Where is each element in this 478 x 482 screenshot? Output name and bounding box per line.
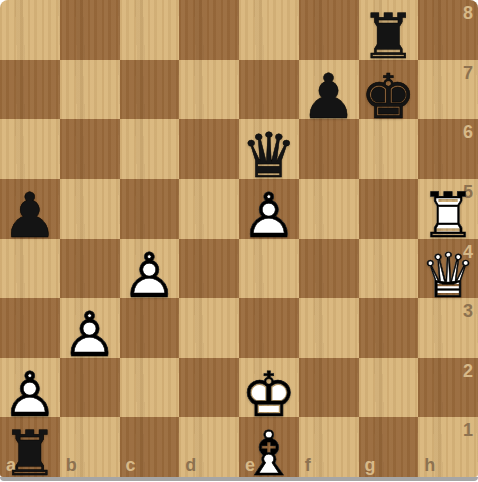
square-a4[interactable]: [0, 239, 60, 299]
file-label-f: f: [305, 456, 311, 474]
white-queen-h4[interactable]: ♛♕: [418, 239, 478, 299]
square-c1[interactable]: c: [120, 417, 180, 477]
square-e8[interactable]: [239, 0, 299, 60]
square-g1[interactable]: g: [359, 417, 419, 477]
white-king-e2[interactable]: ♚♔: [239, 358, 299, 418]
board-bottom-edge: [0, 477, 478, 481]
square-c3[interactable]: [120, 298, 180, 358]
rank-label-1: 1: [463, 421, 473, 439]
file-label-b: b: [66, 456, 77, 474]
square-g4[interactable]: [359, 239, 419, 299]
square-e5[interactable]: ♟♙: [239, 179, 299, 239]
square-b5[interactable]: [60, 179, 120, 239]
square-f5[interactable]: [299, 179, 359, 239]
square-f7[interactable]: ♟: [299, 60, 359, 120]
square-d6[interactable]: [179, 119, 239, 179]
white-pawn-b3[interactable]: ♟♙: [60, 298, 120, 358]
square-d2[interactable]: [179, 358, 239, 418]
square-f2[interactable]: [299, 358, 359, 418]
file-label-c: c: [126, 456, 136, 474]
square-b2[interactable]: [60, 358, 120, 418]
square-f4[interactable]: [299, 239, 359, 299]
square-h3[interactable]: 3: [418, 298, 478, 358]
white-pawn-a2[interactable]: ♟♙: [0, 358, 60, 418]
square-h6[interactable]: 6: [418, 119, 478, 179]
square-e2[interactable]: ♚♔: [239, 358, 299, 418]
square-h5[interactable]: 5♜♖: [418, 179, 478, 239]
square-g8[interactable]: ♜: [359, 0, 419, 60]
square-c7[interactable]: [120, 60, 180, 120]
black-queen-e6[interactable]: ♛: [239, 119, 299, 179]
file-label-d: d: [185, 456, 196, 474]
square-c5[interactable]: [120, 179, 180, 239]
square-h7[interactable]: 7: [418, 60, 478, 120]
square-c4[interactable]: ♟♙: [120, 239, 180, 299]
black-pawn-a5[interactable]: ♟: [0, 179, 60, 239]
rank-label-6: 6: [463, 123, 473, 141]
square-e7[interactable]: [239, 60, 299, 120]
square-c2[interactable]: [120, 358, 180, 418]
square-h4[interactable]: 4♛♕: [418, 239, 478, 299]
square-b8[interactable]: [60, 0, 120, 60]
square-f6[interactable]: [299, 119, 359, 179]
square-d1[interactable]: d: [179, 417, 239, 477]
square-d5[interactable]: [179, 179, 239, 239]
square-e3[interactable]: [239, 298, 299, 358]
square-a7[interactable]: [0, 60, 60, 120]
square-a2[interactable]: ♟♙: [0, 358, 60, 418]
square-b4[interactable]: [60, 239, 120, 299]
square-a1[interactable]: a♜: [0, 417, 60, 477]
square-h1[interactable]: 1h: [418, 417, 478, 477]
black-king-g7[interactable]: ♚: [359, 60, 419, 120]
square-a3[interactable]: [0, 298, 60, 358]
piece-outline-glyph: ♗: [241, 417, 297, 477]
square-a5[interactable]: ♟: [0, 179, 60, 239]
square-g2[interactable]: [359, 358, 419, 418]
rank-label-3: 3: [463, 302, 473, 320]
white-bishop-e1[interactable]: ♝♗: [239, 417, 299, 477]
square-c6[interactable]: [120, 119, 180, 179]
square-e4[interactable]: [239, 239, 299, 299]
white-rook-h5[interactable]: ♜♖: [418, 179, 478, 239]
square-e1[interactable]: e♝♗: [239, 417, 299, 477]
square-g3[interactable]: [359, 298, 419, 358]
square-d7[interactable]: [179, 60, 239, 120]
square-b7[interactable]: [60, 60, 120, 120]
square-b3[interactable]: ♟♙: [60, 298, 120, 358]
square-g6[interactable]: [359, 119, 419, 179]
square-g5[interactable]: [359, 179, 419, 239]
square-h2[interactable]: 2: [418, 358, 478, 418]
square-g7[interactable]: ♚: [359, 60, 419, 120]
black-rook-a1[interactable]: ♜: [0, 417, 60, 477]
white-pawn-c4[interactable]: ♟♙: [120, 239, 180, 299]
black-pawn-f7[interactable]: ♟: [299, 60, 359, 120]
square-d8[interactable]: [179, 0, 239, 60]
piece-glyph: ♝: [241, 417, 297, 477]
square-a8[interactable]: [0, 0, 60, 60]
rank-label-7: 7: [463, 64, 473, 82]
square-f1[interactable]: f: [299, 417, 359, 477]
file-label-h: h: [424, 456, 435, 474]
black-rook-g8[interactable]: ♜: [359, 0, 419, 60]
piece-glyph: ♜: [2, 417, 58, 477]
rank-label-8: 8: [463, 4, 473, 22]
square-h8[interactable]: 8: [418, 0, 478, 60]
square-f8[interactable]: [299, 0, 359, 60]
square-c8[interactable]: [120, 0, 180, 60]
square-d4[interactable]: [179, 239, 239, 299]
file-label-g: g: [365, 456, 376, 474]
rank-label-2: 2: [463, 362, 473, 380]
square-f3[interactable]: [299, 298, 359, 358]
square-d3[interactable]: [179, 298, 239, 358]
square-a6[interactable]: [0, 119, 60, 179]
square-b6[interactable]: [60, 119, 120, 179]
chess-board-panel: ♜8♟♚7♛6♟♟♙5♜♖♟♙4♛♕♟♙3♟♙♚♔2a♜bcde♝♗fg1h: [0, 0, 478, 482]
square-e6[interactable]: ♛: [239, 119, 299, 179]
chess-board: ♜8♟♚7♛6♟♟♙5♜♖♟♙4♛♕♟♙3♟♙♚♔2a♜bcde♝♗fg1h: [0, 0, 478, 477]
white-pawn-e5[interactable]: ♟♙: [239, 179, 299, 239]
square-b1[interactable]: b: [60, 417, 120, 477]
